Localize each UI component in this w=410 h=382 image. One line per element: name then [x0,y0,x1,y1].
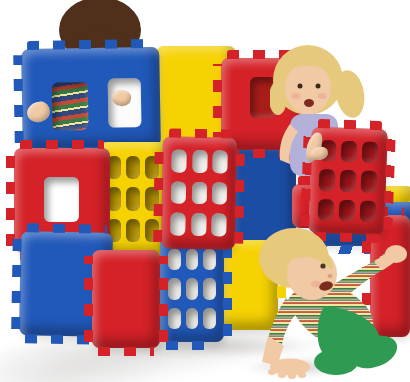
girl-cheek-left [292,93,301,99]
blue-block-waffle-wall-tabs-b [166,341,218,350]
blue-block-waffle-wall-hole-6 [168,308,181,330]
toddler-eye [320,263,325,268]
red-block-waffle-mid-hole-5 [212,182,227,205]
blue-block-waffle-wall-hole-7 [186,308,199,330]
yellow-block-waffle-mid-waffle-grid [107,156,159,243]
blue-block-waffle-wall-hole-3 [168,278,181,299]
girl-eye-right [316,84,321,89]
blue-block-bottom-left-tabs-l [11,237,22,329]
toddler-finger-2 [278,372,286,378]
red-block-girl-held-hole-8 [360,200,376,222]
yellow-block-waffle-mid-hole-1 [126,156,140,179]
yellow-block-waffle-mid-hole-5 [145,187,159,210]
toddler-nose [328,274,333,278]
yellow-block-waffle-mid-hole-2 [145,156,159,179]
toddler-finger-1 [268,369,276,375]
blue-block-waffle-wall-hole-0 [168,249,181,270]
girl-cheek-right [318,93,327,99]
red-block-girl-held-hole-7 [339,200,355,222]
toddler-finger-3 [288,373,296,379]
red-block-girl-held-hole-2 [362,141,378,163]
red-block-waffle-mid-hole-0 [171,150,186,173]
red-block-waffle-mid-waffle-grid [170,150,228,236]
blue-block-boy-held-window-0 [52,82,89,131]
blue-block-waffle-wall-hole-4 [186,278,199,299]
red-block-waffle-mid-hole-3 [171,181,186,204]
girl-eye-left [298,84,303,89]
blue-block-waffle-wall-waffle-grid [168,249,217,330]
blue-block-waffle-wall-hole-8 [203,308,216,330]
yellow-block-waffle-mid-hole-8 [145,219,159,242]
red-block-waffle-mid-hole-1 [192,150,207,173]
toddler-finger-4 [298,372,306,378]
blue-block-waffle-wall-hole-2 [203,249,216,270]
toddler-front [224,220,410,382]
red-block-waffle-mid-hole-7 [191,213,206,236]
red-block-window-left-window-0 [44,177,80,222]
red-block-waffle-mid-hole-4 [191,182,206,205]
red-block-girl-held-hole-1 [341,140,357,162]
red-block-window-left-tabs-l [6,154,15,246]
red-block-girl-held-hole-5 [361,171,377,193]
red-block-girl-held-hole-3 [319,169,335,191]
yellow-block-waffle-mid-hole-4 [126,187,140,210]
blue-block-waffle-wall-hole-5 [203,278,216,299]
toddler-reaching-hand [385,245,407,263]
blue-block-waffle-wall [160,236,224,342]
girl-mouth [304,99,314,107]
blue-block-waffle-wall-hole-1 [186,249,199,270]
red-block-waffle-mid-hole-6 [170,212,185,235]
blue-block-boy-held-tabs-l [13,55,24,143]
red-block-waffle-mid-hole-2 [212,151,227,174]
photo-stage [0,0,410,382]
red-block-bottom-tabs-b [98,347,154,356]
red-block-girl-held-hole-4 [340,170,356,192]
red-block-girl-held-hole-6 [318,199,334,221]
yellow-block-waffle-mid-hole-7 [126,219,140,242]
toddler-near-leg [314,349,358,375]
red-block-bottom [92,250,160,348]
toddler-cheek [311,281,321,288]
blue-block-boy-held [21,47,161,149]
